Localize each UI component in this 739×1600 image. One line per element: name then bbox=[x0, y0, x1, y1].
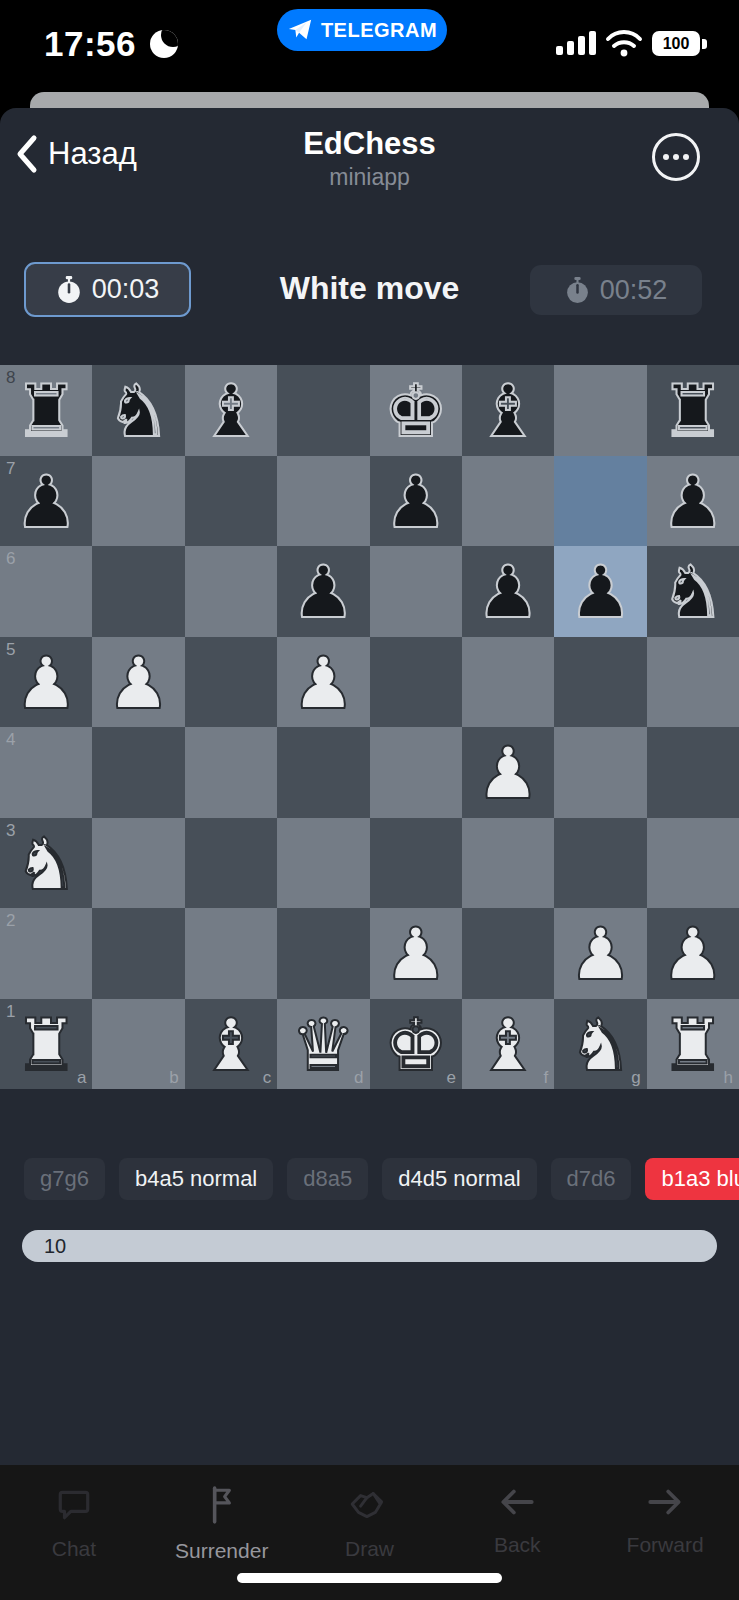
eval-bar: 10 bbox=[22, 1230, 717, 1262]
square-a2[interactable]: 2 bbox=[0, 908, 92, 999]
piece-white-bishop: ♝ bbox=[199, 1000, 264, 1090]
square-a5[interactable]: 5♟ bbox=[0, 637, 92, 728]
handshake-icon bbox=[348, 1485, 390, 1523]
square-b3[interactable] bbox=[92, 818, 184, 909]
square-c5[interactable] bbox=[185, 637, 277, 728]
piece-white-pawn: ♟ bbox=[291, 638, 356, 728]
square-d5[interactable]: ♟ bbox=[277, 637, 369, 728]
square-c7[interactable] bbox=[185, 456, 277, 547]
move-chip[interactable]: d4d5 normal bbox=[382, 1158, 536, 1200]
piece-white-pawn: ♟ bbox=[383, 909, 448, 999]
page-title: EdChess bbox=[0, 126, 739, 162]
piece-white-pawn: ♟ bbox=[568, 909, 633, 999]
toolbar-label-chat: Chat bbox=[52, 1537, 96, 1561]
square-g1[interactable]: g♞ bbox=[554, 999, 646, 1090]
stopwatch-icon bbox=[565, 277, 590, 304]
piece-black-pawn: ♟ bbox=[383, 457, 448, 547]
piece-white-pawn: ♟ bbox=[106, 638, 171, 728]
ellipsis-icon bbox=[663, 154, 669, 160]
chat-icon bbox=[55, 1485, 93, 1523]
piece-black-pawn: ♟ bbox=[568, 547, 633, 637]
square-d1[interactable]: d♛ bbox=[277, 999, 369, 1090]
surrender-flag-icon bbox=[204, 1485, 240, 1525]
rank-label: 4 bbox=[6, 730, 15, 750]
square-d8[interactable] bbox=[277, 365, 369, 456]
square-d7[interactable] bbox=[277, 456, 369, 547]
square-h4[interactable] bbox=[647, 727, 739, 818]
screen: 17:56 TELEGRAM 100 bbox=[0, 0, 739, 1600]
square-h7[interactable]: ♟ bbox=[647, 456, 739, 547]
square-f3[interactable] bbox=[462, 818, 554, 909]
square-f5[interactable] bbox=[462, 637, 554, 728]
square-c2[interactable] bbox=[185, 908, 277, 999]
file-label: b bbox=[169, 1068, 178, 1088]
paper-plane-icon bbox=[287, 17, 313, 43]
move-chip[interactable]: d8a5 bbox=[287, 1158, 368, 1200]
piece-black-rook: ♜ bbox=[661, 366, 726, 456]
square-d4[interactable] bbox=[277, 727, 369, 818]
square-g8[interactable] bbox=[554, 365, 646, 456]
square-d6[interactable]: ♟ bbox=[277, 546, 369, 637]
square-e1[interactable]: e♚ bbox=[370, 999, 462, 1090]
square-e7[interactable]: ♟ bbox=[370, 456, 462, 547]
square-b6[interactable] bbox=[92, 546, 184, 637]
square-e8[interactable]: ♚ bbox=[370, 365, 462, 456]
piece-black-bishop: ♝ bbox=[199, 366, 264, 456]
toolbar-item-chat[interactable]: Chat bbox=[0, 1485, 148, 1561]
file-label: c bbox=[263, 1068, 272, 1088]
square-h6[interactable]: ♞ bbox=[647, 546, 739, 637]
chess-board: 8♜♞♝♚♝♜7♟♟♟6♟♟♟♞5♟♟♟4♟3♞2♟♟♟1a♜bc♝d♛e♚f♝… bbox=[0, 365, 739, 1089]
square-c6[interactable] bbox=[185, 546, 277, 637]
square-e3[interactable] bbox=[370, 818, 462, 909]
move-chip[interactable]: b4a5 normal bbox=[119, 1158, 273, 1200]
square-g7[interactable] bbox=[554, 456, 646, 547]
rank-label: 2 bbox=[6, 911, 15, 931]
square-e6[interactable] bbox=[370, 546, 462, 637]
piece-white-knight: ♞ bbox=[568, 1000, 633, 1090]
move-chip[interactable]: d7d6 bbox=[551, 1158, 632, 1200]
square-b7[interactable] bbox=[92, 456, 184, 547]
square-h5[interactable] bbox=[647, 637, 739, 728]
square-b2[interactable] bbox=[92, 908, 184, 999]
toolbar-item-surrender[interactable]: Surrender bbox=[148, 1485, 296, 1563]
battery-nub bbox=[702, 39, 707, 49]
file-label: f bbox=[544, 1068, 549, 1088]
square-g6[interactable]: ♟ bbox=[554, 546, 646, 637]
rank-label: 6 bbox=[6, 549, 15, 569]
move-chip[interactable]: g7g6 bbox=[24, 1158, 105, 1200]
piece-black-pawn: ♟ bbox=[476, 547, 541, 637]
square-g2[interactable]: ♟ bbox=[554, 908, 646, 999]
telegram-pill[interactable]: TELEGRAM bbox=[277, 9, 447, 51]
toolbar-item-forward[interactable]: Forward bbox=[591, 1485, 739, 1557]
piece-black-rook: ♜ bbox=[14, 366, 79, 456]
piece-white-pawn: ♟ bbox=[661, 909, 726, 999]
black-clock: 00:52 bbox=[530, 265, 702, 315]
piece-black-knight: ♞ bbox=[661, 547, 726, 637]
square-f4[interactable]: ♟ bbox=[462, 727, 554, 818]
square-g3[interactable] bbox=[554, 818, 646, 909]
square-a3[interactable]: 3♞ bbox=[0, 818, 92, 909]
square-a4[interactable]: 4 bbox=[0, 727, 92, 818]
black-clock-value: 00:52 bbox=[600, 275, 668, 306]
square-c8[interactable]: ♝ bbox=[185, 365, 277, 456]
piece-white-rook: ♜ bbox=[14, 1000, 79, 1090]
battery-icon: 100 bbox=[652, 31, 700, 56]
square-f8[interactable]: ♝ bbox=[462, 365, 554, 456]
piece-white-king: ♚ bbox=[383, 1000, 448, 1090]
square-b1[interactable]: b bbox=[92, 999, 184, 1090]
wifi-icon bbox=[604, 30, 644, 58]
square-c3[interactable] bbox=[185, 818, 277, 909]
moon-icon bbox=[150, 30, 178, 58]
square-a7[interactable]: 7♟ bbox=[0, 456, 92, 547]
arrow-right-icon bbox=[645, 1485, 685, 1519]
square-h8[interactable]: ♜ bbox=[647, 365, 739, 456]
piece-black-pawn: ♟ bbox=[14, 457, 79, 547]
piece-black-king: ♚ bbox=[383, 366, 448, 456]
square-b4[interactable] bbox=[92, 727, 184, 818]
square-c1[interactable]: c♝ bbox=[185, 999, 277, 1090]
piece-white-pawn: ♟ bbox=[476, 728, 541, 818]
square-g5[interactable] bbox=[554, 637, 646, 728]
toolbar-label-forward: Forward bbox=[627, 1533, 704, 1557]
square-a1[interactable]: 1a♜ bbox=[0, 999, 92, 1090]
piece-white-pawn: ♟ bbox=[14, 638, 79, 728]
square-b5[interactable]: ♟ bbox=[92, 637, 184, 728]
square-f6[interactable]: ♟ bbox=[462, 546, 554, 637]
toolbar-item-draw[interactable]: Draw bbox=[296, 1485, 444, 1561]
home-indicator[interactable] bbox=[237, 1573, 502, 1583]
square-g4[interactable] bbox=[554, 727, 646, 818]
piece-black-bishop: ♝ bbox=[476, 366, 541, 456]
eval-value: 10 bbox=[44, 1235, 66, 1258]
arrow-left-icon bbox=[497, 1485, 537, 1519]
piece-black-pawn: ♟ bbox=[291, 547, 356, 637]
piece-white-bishop: ♝ bbox=[476, 1000, 541, 1090]
square-e5[interactable] bbox=[370, 637, 462, 728]
square-h3[interactable] bbox=[647, 818, 739, 909]
piece-white-rook: ♜ bbox=[661, 1000, 726, 1090]
toolbar-label-draw: Draw bbox=[345, 1537, 394, 1561]
square-f7[interactable] bbox=[462, 456, 554, 547]
move-chip[interactable]: b1a3 blunder bbox=[645, 1158, 739, 1200]
move-list: g7g6b4a5 normald8a5d4d5 normald7d6b1a3 b… bbox=[24, 1158, 739, 1200]
square-d2[interactable] bbox=[277, 908, 369, 999]
square-b8[interactable]: ♞ bbox=[92, 365, 184, 456]
telegram-pill-label: TELEGRAM bbox=[321, 19, 437, 42]
square-f1[interactable]: f♝ bbox=[462, 999, 554, 1090]
signal-icon bbox=[556, 31, 600, 55]
piece-black-pawn: ♟ bbox=[661, 457, 726, 547]
piece-black-knight: ♞ bbox=[106, 366, 171, 456]
piece-white-queen: ♛ bbox=[291, 1000, 356, 1090]
square-h1[interactable]: h♜ bbox=[647, 999, 739, 1090]
square-e4[interactable] bbox=[370, 727, 462, 818]
square-a6[interactable]: 6 bbox=[0, 546, 92, 637]
square-f2[interactable] bbox=[462, 908, 554, 999]
toolbar-label-back: Back bbox=[494, 1533, 541, 1557]
toolbar-label-surrender: Surrender bbox=[175, 1539, 268, 1563]
square-c4[interactable] bbox=[185, 727, 277, 818]
page-subtitle: miniapp bbox=[0, 164, 739, 191]
status-time: 17:56 bbox=[44, 24, 136, 64]
square-a8[interactable]: 8♜ bbox=[0, 365, 92, 456]
square-d3[interactable] bbox=[277, 818, 369, 909]
piece-white-knight: ♞ bbox=[14, 819, 79, 909]
square-e2[interactable]: ♟ bbox=[370, 908, 462, 999]
square-h2[interactable]: ♟ bbox=[647, 908, 739, 999]
menu-button[interactable] bbox=[652, 133, 700, 181]
battery-level: 100 bbox=[663, 35, 690, 53]
toolbar-item-back[interactable]: Back bbox=[443, 1485, 591, 1557]
